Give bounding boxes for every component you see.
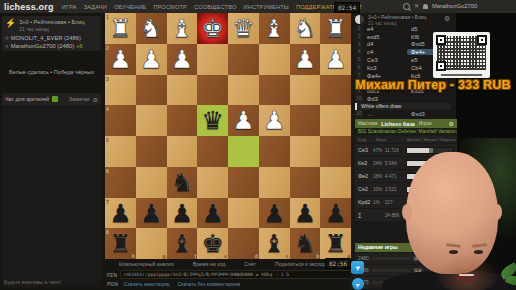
square-c8[interactable]: ♝c	[259, 228, 290, 259]
square-h7[interactable]: ♟7	[105, 198, 136, 229]
piece-bN: ♞	[167, 167, 198, 198]
pgn-link[interactable]: Скачать аннотацию	[124, 281, 170, 287]
game-result-chip: 0-1	[413, 280, 423, 285]
explorer-columns: ХодИгрыБелые / Ничьи / Чёрные	[355, 136, 457, 143]
move-number: 10	[355, 95, 363, 103]
nav-item[interactable]: ЗАДАЧИ	[84, 4, 107, 10]
game-result: Белые сдались • Победа чёрных	[2, 69, 101, 75]
recent-game-row[interactable]: 24861-0	[355, 264, 457, 276]
wdl-bar	[406, 160, 454, 167]
recent-games-header: Недавние игры	[355, 243, 457, 252]
piece-wP: ♟	[136, 44, 167, 75]
piece-wQ: ♛	[228, 13, 259, 44]
square-f5[interactable]	[167, 136, 198, 167]
square-b1[interactable]: ♞	[290, 13, 321, 44]
move-number: 5	[355, 56, 363, 64]
explorer-pct: 47%	[373, 148, 385, 153]
square-g7[interactable]: ♟	[136, 198, 167, 229]
move-row: 10…Фxd3	[355, 110, 451, 118]
white-move[interactable]: Фd3	[363, 96, 407, 102]
main-nav: ИГРАЗАДАЧИОБУЧЕНИЕПРОСМОТРСООБЩЕСТВОИНСТ…	[62, 4, 362, 10]
square-g6[interactable]	[136, 167, 167, 198]
black-player-name[interactable]: MarathonGo2700 (2480)	[11, 43, 75, 49]
chess-board[interactable]: ♜1♞♝♚♛♝♞♜♟2♟♟♟♟34♛♟♟56♞♟7♟♟♟♟♟♟♜8hg♝f♚ed…	[105, 13, 351, 259]
bottom-tabs: Компьютерный анализВремя на ходСчётПодел…	[105, 259, 353, 267]
white-color-icon: ○	[5, 35, 9, 41]
square-d4[interactable]: ♟	[228, 105, 259, 136]
piece-bQ: ♛	[197, 105, 228, 136]
explorer-games: 2 521	[385, 187, 406, 192]
lichess-logo[interactable]: lichess.org	[4, 2, 54, 12]
explorer-pct: 1%	[373, 200, 385, 205]
game-result-chip: 0-1	[413, 256, 423, 261]
square-f3[interactable]	[167, 75, 198, 106]
rating-delta: +6	[76, 43, 83, 49]
explorer-games: 24 889	[385, 213, 406, 218]
file-label: c	[286, 253, 289, 259]
square-c4[interactable]: ♟	[259, 105, 290, 136]
piece-wB: ♝	[167, 13, 198, 44]
square-c5[interactable]	[259, 136, 290, 167]
move-number: 6	[355, 64, 363, 72]
nav-item[interactable]: ОБУЧЕНИЕ	[114, 4, 146, 10]
square-g3[interactable]	[136, 75, 167, 106]
square-h2[interactable]: ♟2	[105, 44, 136, 75]
wdl-bar	[406, 173, 454, 180]
square-f7[interactable]: ♟	[167, 198, 198, 229]
white-player-row[interactable]: ○ MONOLIT_4_EVER (2486)	[5, 35, 98, 41]
pgn-label: PGN	[107, 281, 118, 287]
game-meta-box: ⚡ 3+0 • Рейтинговая • Блиц 21 час назад …	[2, 16, 101, 51]
telegram-icon[interactable]: ➤	[351, 261, 364, 274]
chat-toggle[interactable]	[52, 96, 58, 102]
square-b7[interactable]: ♟	[290, 198, 321, 229]
explorer-move[interactable]: Кe2	[355, 160, 373, 166]
explorer-row[interactable]: Крd21%217	[355, 195, 457, 208]
chat-header: Чат для зрителей Заметки ⚙	[2, 93, 101, 105]
piece-wR: ♜	[105, 13, 136, 44]
move-number: 1	[355, 25, 363, 33]
game-sidebar: ⚡ 3+0 • Рейтинговая • Блиц 21 час назад …	[0, 13, 105, 290]
explorer-games: 217	[385, 200, 406, 205]
game-time-ago: 21 час назад	[19, 26, 84, 32]
close-icon[interactable]: ✕	[414, 2, 419, 10]
wdl-bar	[406, 212, 454, 219]
file-label: d	[255, 253, 258, 259]
rank-label: 3	[106, 76, 109, 82]
black-color-icon: ●	[5, 43, 9, 49]
square-e6[interactable]	[197, 167, 228, 198]
piece-bP: ♟	[167, 198, 198, 229]
eval-dial-icon	[355, 15, 364, 24]
square-h5[interactable]: 5	[105, 136, 136, 167]
column-header: Ход	[355, 136, 376, 143]
piece-wN: ♞	[136, 13, 167, 44]
square-d6[interactable]	[228, 167, 259, 198]
wdl-bar	[406, 147, 454, 154]
game-result-chip: 1-0	[413, 268, 423, 273]
square-g8[interactable]: g	[136, 228, 167, 259]
column-header: Белые / Ничьи / Чёрные	[406, 136, 457, 143]
white-move[interactable]: d4	[363, 41, 407, 47]
rank-label: 8	[106, 229, 109, 235]
game-name-bar	[372, 257, 410, 260]
square-g4[interactable]	[136, 105, 167, 136]
user-bar: ✕ MarathonGo2700	[403, 2, 477, 10]
nav-item[interactable]: ИНСТРУМЕНТЫ	[243, 4, 289, 10]
square-e2[interactable]	[197, 44, 228, 75]
explorer-tab[interactable]: Игрок	[419, 121, 432, 126]
piece-wB: ♝	[259, 13, 290, 44]
piece-wP: ♟	[320, 44, 351, 75]
square-d2[interactable]	[228, 44, 259, 75]
square-d3[interactable]	[228, 75, 259, 106]
fen-input[interactable]: rnb1kb1r/ppp1pppp/5n2/8/2PPq3/8/PP3PPP/R…	[120, 270, 351, 279]
nav-item[interactable]: СООБЩЕСТВО	[194, 4, 236, 10]
piece-bB: ♝	[259, 228, 290, 259]
opening-name: B01 Scandinavian Defense: Marshall Varia…	[355, 128, 457, 136]
explorer-tab[interactable]: Мастера	[358, 121, 377, 126]
analysis-bottom-bar: Компьютерный анализВремя на ходСчётПодел…	[105, 259, 353, 290]
piece-bK: ♚	[197, 228, 228, 259]
piece-bP: ♟	[290, 198, 321, 229]
qr-code	[433, 32, 490, 78]
gear-icon[interactable]: ⚙	[444, 15, 450, 23]
square-e5[interactable]	[197, 136, 228, 167]
explorer-move[interactable]: ∑	[355, 212, 373, 218]
square-e7[interactable]: ♟	[197, 198, 228, 229]
white-move[interactable]: exd5	[363, 34, 407, 40]
square-f4[interactable]	[167, 105, 198, 136]
square-f6[interactable]: ♞	[167, 167, 198, 198]
explorer-row[interactable]: Кe224%5 964	[355, 156, 457, 169]
blitz-icon: ⚡	[5, 19, 16, 32]
square-f1[interactable]: ♝	[167, 13, 198, 44]
piece-wP: ♟	[228, 105, 259, 136]
bell-icon[interactable]	[423, 4, 428, 9]
explorer-pct: 24%	[373, 161, 385, 166]
piece-bR: ♜	[105, 228, 136, 259]
white-move[interactable]: c4	[363, 49, 407, 55]
piece-bB: ♝	[167, 228, 198, 259]
square-a7[interactable]: ♟	[320, 198, 351, 229]
piece-wP: ♟	[290, 44, 321, 75]
recent-game-row[interactable]: 24800-1	[355, 252, 457, 264]
white-move[interactable]: Сe3	[363, 57, 407, 63]
file-label: b	[316, 253, 319, 259]
explorer-gear-icon[interactable]: ⚙	[449, 120, 454, 127]
square-d7[interactable]	[228, 198, 259, 229]
square-h8[interactable]: ♜8h	[105, 228, 136, 259]
explorer-row[interactable]: Фe218%4 471	[355, 169, 457, 182]
explorer-move[interactable]: Се2	[355, 186, 373, 192]
rank-label: 7	[106, 199, 109, 205]
black-player-row[interactable]: ● MarathonGo2700 (2480) +6	[5, 43, 98, 49]
square-h3[interactable]: 3	[105, 75, 136, 106]
square-a6[interactable]	[320, 167, 351, 198]
draw-offer-comment: White offers draw	[355, 103, 451, 111]
analysis-meta: 3+0 • Рейтинговая • Блиц	[368, 14, 426, 20]
pgn-link[interactable]: Скачать без комментариев	[177, 281, 240, 287]
explorer-tab[interactable]: Lichess база	[381, 121, 415, 127]
explorer-pct: 10%	[373, 187, 385, 192]
white-move[interactable]: Кc3	[363, 65, 407, 71]
bottom-tab[interactable]: Счёт	[244, 261, 256, 267]
black-move[interactable]: d5	[407, 26, 451, 32]
explorer-games: 4 471	[385, 174, 406, 179]
explorer-header: МастераLichess базаИгрок⚙	[355, 119, 457, 128]
username[interactable]: MarathonGo2700	[432, 3, 477, 9]
piece-wR: ♜	[320, 13, 351, 44]
rank-label: 4	[106, 106, 109, 112]
move-number: 3	[355, 41, 363, 49]
square-g2[interactable]: ♟	[136, 44, 167, 75]
explorer-games: 5 964	[385, 161, 406, 166]
move-number: 10	[355, 110, 363, 118]
white-move[interactable]: …	[363, 111, 407, 117]
explorer-pct: 18%	[373, 174, 385, 179]
square-e3[interactable]	[197, 75, 228, 106]
square-c3[interactable]	[259, 75, 290, 106]
square-h4[interactable]: 4	[105, 105, 136, 136]
file-label: g	[162, 253, 165, 259]
move-row: 10Фd3	[355, 95, 451, 103]
piece-bP: ♟	[197, 198, 228, 229]
pgn-links: Скачать аннотациюСкачать без комментарие…	[124, 281, 240, 287]
piece-bP: ♟	[320, 198, 351, 229]
square-c7[interactable]: ♟	[259, 198, 290, 229]
square-b3[interactable]	[290, 75, 321, 106]
square-b5[interactable]	[290, 136, 321, 167]
square-a2[interactable]: ♟	[320, 44, 351, 75]
explorer-row[interactable]: Сe347%11 716	[355, 143, 457, 156]
square-c1[interactable]: ♝	[259, 13, 290, 44]
bottom-tab[interactable]: Время на ход	[193, 261, 226, 267]
square-a3[interactable]	[320, 75, 351, 106]
tab-spectator-chat[interactable]: Чат для зрителей	[5, 96, 49, 102]
rank-label: 1	[106, 14, 109, 20]
explorer-row[interactable]: ∑24 889	[355, 208, 457, 221]
square-b6[interactable]	[290, 167, 321, 198]
rank-label: 5	[106, 137, 109, 143]
square-e8[interactable]: ♚e	[197, 228, 228, 259]
explorer-row[interactable]: Се210%2 521	[355, 182, 457, 195]
square-b2[interactable]: ♟	[290, 44, 321, 75]
square-b8[interactable]: ♞b	[290, 228, 321, 259]
search-icon[interactable]	[403, 3, 410, 10]
square-g5[interactable]	[136, 136, 167, 167]
fen-label: FEN	[107, 272, 117, 278]
move-number: 4	[355, 48, 363, 56]
bottom-tab[interactable]: Компьютерный анализ	[119, 261, 174, 267]
piece-bR: ♜	[320, 228, 351, 259]
piece-bP: ♟	[136, 198, 167, 229]
explorer-move[interactable]: Крd2	[355, 199, 373, 205]
file-label: f	[195, 253, 197, 259]
white-clock: 02:54	[334, 2, 360, 13]
square-b4[interactable]	[290, 105, 321, 136]
piece-wK: ♚	[197, 13, 228, 44]
move-number: 2	[355, 33, 363, 41]
chat-messages[interactable]	[2, 105, 101, 287]
game-name-bar	[372, 281, 410, 284]
square-f8[interactable]: ♝f	[167, 228, 198, 259]
square-a5[interactable]	[320, 136, 351, 167]
file-label: e	[224, 253, 227, 259]
piece-wP: ♟	[105, 44, 136, 75]
square-d5[interactable]	[228, 136, 259, 167]
wdl-bar	[406, 186, 454, 193]
piece-wN: ♞	[290, 13, 321, 44]
black-move[interactable]: Фxd3	[407, 111, 451, 117]
square-h1[interactable]: ♜1	[105, 13, 136, 44]
explorer-move[interactable]: Сe3	[355, 147, 373, 153]
donation-alert: Михаил Питер - 333 RUB	[352, 78, 514, 96]
analysis-header: 3+0 • Рейтинговая • Блиц 21 час назад	[355, 14, 455, 25]
explorer-move[interactable]: Фe2	[355, 173, 373, 179]
chat-settings-icon[interactable]: ⚙	[93, 96, 98, 103]
square-a1[interactable]: ♜	[320, 13, 351, 44]
square-g1[interactable]: ♞	[136, 13, 167, 44]
tab-notes[interactable]: Заметки	[69, 96, 90, 102]
opening-explorer: МастераLichess базаИгрок⚙B01 Scandinavia…	[355, 119, 457, 221]
square-e1[interactable]: ♚	[197, 13, 228, 44]
square-f2[interactable]: ♟	[167, 44, 198, 75]
nav-item[interactable]: ИГРА	[62, 4, 77, 10]
piece-bN: ♞	[290, 228, 321, 259]
nav-item[interactable]: ПРОСМОТР	[153, 4, 187, 10]
chat-etiquette-note: Будьте вежливы в чате!	[4, 279, 61, 285]
file-label: h	[132, 253, 135, 259]
game-meta: 3+0 • Рейтинговая • Блиц	[19, 19, 84, 25]
square-d1[interactable]: ♛	[228, 13, 259, 44]
square-c2[interactable]	[259, 44, 290, 75]
black-clock: 02:56	[325, 258, 351, 269]
recent-game-row[interactable]: 24750-1	[355, 276, 457, 288]
white-move[interactable]: e4	[363, 26, 407, 32]
column-header: Игры	[376, 136, 406, 143]
game-name-bar	[372, 269, 410, 272]
piece-wP: ♟	[259, 105, 290, 136]
square-c6[interactable]	[259, 167, 290, 198]
rank-label: 6	[106, 168, 109, 174]
piece-wP: ♟	[167, 44, 198, 75]
recent-games: Недавние игры24800-124861-024750-1	[355, 243, 457, 288]
square-e4[interactable]: ♛	[197, 105, 228, 136]
social-icon[interactable]: ➤	[352, 278, 364, 290]
square-d8[interactable]: d	[228, 228, 259, 259]
wdl-bar	[406, 199, 454, 206]
square-a4[interactable]	[320, 105, 351, 136]
square-a8[interactable]: ♜a	[320, 228, 351, 259]
piece-bP: ♟	[259, 198, 290, 229]
square-h6[interactable]: 6	[105, 167, 136, 198]
rank-label: 2	[106, 45, 109, 51]
piece-bP: ♟	[105, 198, 136, 229]
white-player-name[interactable]: MONOLIT_4_EVER (2486)	[11, 35, 81, 41]
explorer-games: 11 716	[385, 148, 406, 153]
stream-screen: lichess.org ИГРАЗАДАЧИОБУЧЕНИЕПРОСМОТРСО…	[0, 0, 516, 290]
